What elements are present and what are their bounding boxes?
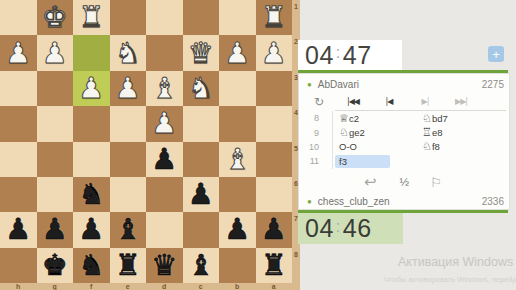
square-a7[interactable]: ♟ [256, 212, 293, 247]
square-c1[interactable] [183, 0, 220, 35]
piece-black-knight[interactable]: ♞ [78, 251, 104, 280]
square-e8[interactable]: ♜ [110, 248, 147, 283]
piece-white-queen[interactable]: ♛ [188, 39, 214, 68]
white-move-10[interactable]: O-O [335, 140, 418, 153]
piece-white-knight[interactable]: ♞ [188, 74, 214, 103]
move-number: 9 [299, 128, 319, 138]
flip-board-icon[interactable]: ↻ [310, 95, 328, 109]
square-d6[interactable] [146, 177, 183, 212]
square-h8[interactable] [0, 248, 37, 283]
file-label-d: d [146, 283, 183, 290]
black-move-10[interactable]: ♘f8 [418, 139, 473, 154]
piece-white-pawn[interactable]: ♟ [5, 39, 31, 68]
move-number: 11 [299, 156, 319, 166]
square-f7[interactable]: ♟ [73, 212, 110, 247]
white-move-8[interactable]: ♕c2 [335, 111, 418, 126]
figurine-icon: ♘ [339, 126, 349, 139]
black-move-8[interactable]: ♘bd7 [418, 111, 473, 126]
next-move-icon[interactable]: ▶| [407, 97, 443, 106]
resign-flag-icon[interactable]: ⚐ [430, 175, 442, 190]
rank-label-1: 1 [292, 3, 300, 11]
square-c2[interactable]: ♛ [183, 35, 220, 70]
square-c7[interactable] [183, 212, 220, 247]
first-move-icon[interactable]: |◀◀ [335, 97, 371, 106]
file-label-b: b [219, 283, 256, 290]
square-e3[interactable]: ♟ [110, 71, 147, 106]
square-h4[interactable] [0, 106, 37, 141]
square-d7[interactable] [146, 212, 183, 247]
square-f4[interactable] [73, 106, 110, 141]
square-h1[interactable] [0, 0, 37, 35]
piece-white-pawn[interactable]: ♟ [78, 74, 104, 103]
square-f5[interactable] [73, 142, 110, 177]
piece-white-bishop[interactable]: ♝ [151, 74, 177, 103]
white-move-11[interactable]: f3 [335, 155, 418, 168]
takeback-icon[interactable]: ↩ [364, 173, 377, 191]
piece-white-pawn[interactable]: ♟ [224, 39, 250, 68]
file-label-c: c [183, 283, 220, 290]
add-time-button[interactable]: + [488, 46, 504, 62]
piece-white-pawn[interactable]: ♟ [151, 109, 177, 138]
chess-app-window: ♚♜♜♟♟♞♛♟♟♟♟♝♞♟♟♝♞♟♟♟♟♝♟♟♚♞♜♛♝♜ 12345678 … [0, 0, 516, 290]
square-d3[interactable]: ♝ [146, 71, 183, 106]
square-g7[interactable]: ♟ [37, 212, 74, 247]
move-row: 8♕c2♘bd7 [299, 111, 509, 125]
square-h3[interactable] [0, 71, 37, 106]
square-e6[interactable] [110, 177, 147, 212]
square-f1[interactable]: ♜ [73, 0, 110, 35]
square-h6[interactable] [0, 177, 37, 212]
last-move-icon[interactable]: ▶▶| [443, 97, 479, 106]
square-a3[interactable] [256, 71, 293, 106]
top-player-rating: 2275 [482, 79, 504, 90]
square-h5[interactable] [0, 142, 37, 177]
square-d8[interactable]: ♛ [146, 248, 183, 283]
piece-white-rook[interactable]: ♜ [78, 3, 104, 32]
piece-white-pawn[interactable]: ♟ [261, 39, 287, 68]
rank-label-8: 8 [292, 251, 300, 259]
square-c5[interactable] [183, 142, 220, 177]
square-a1[interactable]: ♜ [256, 0, 293, 35]
square-a6[interactable] [256, 177, 293, 212]
windows-activation-watermark: Активация Windows [398, 255, 513, 269]
square-g5[interactable] [37, 142, 74, 177]
piece-white-bishop[interactable]: ♝ [224, 145, 250, 174]
piece-white-rook[interactable]: ♜ [261, 3, 287, 32]
figurine-icon: ♖ [422, 126, 432, 139]
piece-white-knight[interactable]: ♞ [115, 39, 141, 68]
square-b4[interactable] [219, 106, 256, 141]
square-c4[interactable] [183, 106, 220, 141]
square-f2[interactable] [73, 35, 110, 70]
move-nav-toolbar: ↻ |◀◀|◀▶|▶▶| [299, 93, 509, 110]
square-c8[interactable]: ♝ [183, 248, 220, 283]
square-a4[interactable] [256, 106, 293, 141]
move-list: 8♕c2♘bd79♘ge2♖e810O-O♘f811f3 [299, 111, 509, 169]
square-h7[interactable]: ♟ [0, 212, 37, 247]
bottom-player-row: ● chess_club_zen 2336 [299, 193, 509, 210]
piece-black-king[interactable]: ♚ [42, 251, 68, 280]
square-b3[interactable] [219, 71, 256, 106]
square-g2[interactable]: ♟ [37, 35, 74, 70]
square-a5[interactable] [256, 142, 293, 177]
square-g8[interactable]: ♚ [37, 248, 74, 283]
square-e4[interactable] [110, 106, 147, 141]
online-status-icon: ● [307, 198, 312, 206]
square-g3[interactable] [37, 71, 74, 106]
bottom-player-clock: 04:46 [298, 213, 403, 244]
piece-black-queen[interactable]: ♛ [151, 251, 177, 280]
file-label-f: f [73, 283, 110, 290]
piece-black-knight[interactable]: ♞ [78, 180, 104, 209]
piece-white-pawn[interactable]: ♟ [42, 39, 68, 68]
square-g6[interactable] [37, 177, 74, 212]
piece-black-pawn[interactable]: ♟ [151, 145, 177, 174]
square-d1[interactable] [146, 0, 183, 35]
top-player-clock: 04:47 [298, 40, 402, 70]
white-move-9[interactable]: ♘ge2 [335, 125, 418, 140]
square-b1[interactable] [219, 0, 256, 35]
square-e1[interactable] [110, 0, 147, 35]
piece-black-pawn[interactable]: ♟ [78, 215, 104, 244]
square-f3[interactable]: ♟ [73, 71, 110, 106]
top-player-row: ● AbDavari 2275 [299, 76, 509, 93]
square-h2[interactable]: ♟ [0, 35, 37, 70]
move-number-divider [332, 111, 333, 169]
move-number: 8 [299, 113, 319, 123]
game-actions: ↩ ½ ⚐ [299, 171, 509, 193]
square-f6[interactable]: ♞ [73, 177, 110, 212]
piece-white-king[interactable]: ♚ [42, 3, 68, 32]
file-label-h: h [0, 283, 37, 290]
square-g4[interactable] [37, 106, 74, 141]
square-c6[interactable]: ♟ [183, 177, 220, 212]
piece-black-rook[interactable]: ♜ [115, 251, 141, 280]
square-a8[interactable]: ♜ [256, 248, 293, 283]
move-number: 10 [299, 142, 319, 152]
piece-black-pawn[interactable]: ♟ [188, 180, 214, 209]
figurine-icon: ♘ [422, 112, 432, 125]
black-move-9[interactable]: ♖e8 [418, 125, 473, 140]
figurine-icon: ♘ [422, 140, 432, 153]
bottom-player-name: chess_club_zen [318, 196, 390, 207]
square-f8[interactable]: ♞ [73, 248, 110, 283]
piece-black-pawn[interactable]: ♟ [5, 215, 31, 244]
square-c3[interactable]: ♞ [183, 71, 220, 106]
game-panel-card: ● AbDavari 2275 ↻ |◀◀|◀▶|▶▶| 8♕c2♘bd79♘g… [298, 73, 510, 210]
move-row: 9♘ge2♖e8 [299, 125, 509, 139]
piece-black-pawn[interactable]: ♟ [224, 215, 250, 244]
square-b6[interactable] [219, 177, 256, 212]
piece-black-bishop[interactable]: ♝ [115, 215, 141, 244]
square-b8[interactable] [219, 248, 256, 283]
top-player-name: AbDavari [318, 79, 359, 90]
piece-black-pawn[interactable]: ♟ [42, 215, 68, 244]
chess-board: ♚♜♜♟♟♞♛♟♟♟♟♝♞♟♟♝♞♟♟♟♟♝♟♟♚♞♜♛♝♜ 12345678 … [0, 0, 300, 290]
square-g1[interactable]: ♚ [37, 0, 74, 35]
piece-black-pawn[interactable]: ♟ [261, 215, 287, 244]
piece-white-pawn[interactable]: ♟ [115, 74, 141, 103]
square-a2[interactable]: ♟ [256, 35, 293, 70]
file-label-e: e [110, 283, 147, 290]
square-b2[interactable]: ♟ [219, 35, 256, 70]
square-d5[interactable]: ♟ [146, 142, 183, 177]
figurine-icon: ♕ [339, 112, 349, 125]
board-grid: ♚♜♜♟♟♞♛♟♟♟♟♝♞♟♟♝♞♟♟♟♟♝♟♟♚♞♜♛♝♜ [0, 0, 292, 283]
file-label-g: g [37, 283, 74, 290]
move-row: 10O-O♘f8 [299, 140, 509, 154]
square-b5[interactable]: ♝ [219, 142, 256, 177]
windows-activation-watermark-sub: Чтобы активировать Windows, перейдите в [384, 275, 516, 284]
move-row: 11f3 [299, 154, 509, 168]
square-b7[interactable]: ♟ [219, 212, 256, 247]
bottom-player-rating: 2336 [482, 196, 504, 207]
piece-black-rook[interactable]: ♜ [261, 251, 287, 280]
file-label-a: a [256, 283, 293, 290]
online-status-icon: ● [307, 81, 312, 89]
square-d4[interactable]: ♟ [146, 106, 183, 141]
piece-black-bishop[interactable]: ♝ [188, 251, 214, 280]
draw-offer-button[interactable]: ½ [400, 176, 410, 188]
square-e7[interactable]: ♝ [110, 212, 147, 247]
square-e2[interactable]: ♞ [110, 35, 147, 70]
square-d2[interactable] [146, 35, 183, 70]
prev-move-icon[interactable]: |◀ [371, 97, 407, 106]
square-e5[interactable] [110, 142, 147, 177]
